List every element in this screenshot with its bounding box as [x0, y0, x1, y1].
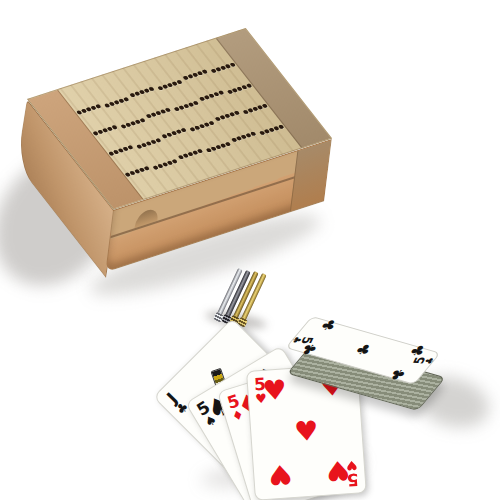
front-right-end-cap — [290, 140, 331, 211]
hole-group — [104, 97, 129, 108]
card-index-tl: J♣ — [162, 388, 191, 417]
suit-pip-clubs-icon: ♣ — [317, 318, 340, 334]
suit-pip-hearts-icon: ♥ — [268, 460, 294, 489]
hole-row — [92, 81, 251, 135]
hole-group — [210, 62, 235, 73]
suit-pip-hearts-icon: ♥ — [262, 376, 288, 405]
hole-group — [173, 100, 198, 111]
hole-group — [259, 125, 284, 136]
hole-group — [153, 159, 178, 170]
suit-pip-hearts-icon: ♥ — [325, 456, 351, 485]
hole-group — [129, 87, 154, 98]
hole-group — [199, 90, 224, 101]
hole-group — [215, 111, 240, 122]
suit-pip-clubs-icon: ♣ — [387, 366, 410, 382]
hole-group — [206, 142, 231, 153]
card-pips: ♥♥♥♥♥ — [275, 387, 338, 475]
hole-group — [125, 166, 150, 177]
suit-pip-clubs-icon: ♣ — [352, 342, 375, 358]
hole-group — [227, 83, 252, 94]
card-suit-clubs-icon: ♣ — [423, 357, 436, 365]
hole-group — [162, 128, 187, 139]
hole-group — [178, 149, 203, 160]
hole-group — [145, 107, 170, 118]
hole-group — [182, 69, 207, 80]
hole-row — [76, 61, 235, 115]
hole-group — [243, 104, 268, 115]
hole-group — [92, 125, 117, 136]
hole-group — [231, 132, 256, 143]
hole-group — [108, 145, 133, 156]
suit-pip-hearts-icon: ♥ — [293, 416, 319, 445]
hole-group — [157, 80, 182, 91]
hole-group — [76, 104, 101, 115]
hole-row — [108, 102, 267, 156]
hole-group — [136, 138, 161, 149]
scene: J♣J♣ 5♠5♠♠♠♠♠♠ 5♦5♦♦♦♦♦♦ 5♥5♥♥♥♥♥♥ 5♣5♣♣… — [0, 0, 500, 500]
hole-group — [190, 121, 215, 132]
hole-group — [120, 118, 145, 129]
